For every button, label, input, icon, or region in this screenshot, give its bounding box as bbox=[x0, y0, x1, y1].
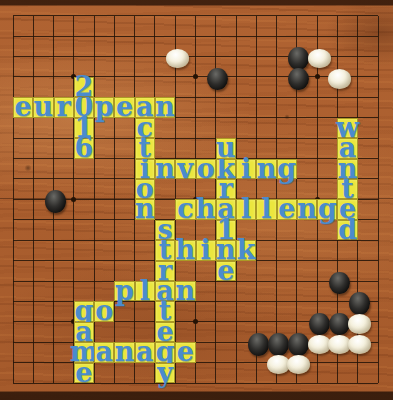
tile-letter: e bbox=[212, 258, 240, 284]
tile-letter: d bbox=[333, 217, 361, 243]
black-stone[interactable] bbox=[349, 292, 370, 315]
black-stone[interactable] bbox=[288, 47, 309, 70]
tile-letter: s bbox=[151, 217, 179, 243]
tile-letter: a bbox=[70, 319, 98, 345]
letter-tile-r[interactable]: r bbox=[155, 261, 175, 281]
go-board[interactable]: eur0peaninvokingchallengethinkplangomana… bbox=[0, 0, 393, 400]
letter-tile-1[interactable]: 1 bbox=[216, 220, 236, 240]
white-stone[interactable] bbox=[287, 355, 310, 375]
letter-tile-2[interactable]: 2 bbox=[74, 77, 94, 97]
black-stone[interactable] bbox=[329, 272, 350, 295]
screenshot: eur0peaninvokingchallengethinkplangomana… bbox=[0, 0, 393, 400]
letter-tile-e[interactable]: e bbox=[155, 322, 175, 342]
letter-tile-g[interactable]: g bbox=[277, 159, 297, 179]
tile-letter: 1 bbox=[212, 217, 240, 243]
white-stone[interactable] bbox=[328, 69, 351, 89]
grid-line-vertical bbox=[378, 16, 379, 383]
letter-tile-d[interactable]: d bbox=[337, 220, 357, 240]
tile-letter: r bbox=[212, 176, 240, 202]
grid-line-horizontal bbox=[13, 383, 378, 384]
letter-tile-a[interactable]: a bbox=[74, 322, 94, 342]
letter-tile-6[interactable]: 6 bbox=[74, 138, 94, 158]
tile-letter: e bbox=[151, 319, 179, 345]
white-stone[interactable] bbox=[348, 314, 371, 334]
tile-letter: e bbox=[70, 360, 98, 386]
white-stone[interactable] bbox=[308, 49, 331, 69]
star-point bbox=[193, 74, 198, 79]
letter-tile-t[interactable]: t bbox=[135, 138, 155, 158]
black-stone[interactable] bbox=[207, 68, 228, 91]
star-point bbox=[315, 74, 320, 79]
tile-letter: g bbox=[273, 156, 301, 182]
black-stone[interactable] bbox=[288, 333, 309, 356]
letter-tile-e[interactable]: e bbox=[74, 363, 94, 383]
tile-letter: t bbox=[131, 135, 159, 161]
star-point bbox=[71, 197, 76, 202]
tile-letter: 6 bbox=[70, 135, 98, 161]
letter-tile-e[interactable]: e bbox=[216, 261, 236, 281]
white-stone[interactable] bbox=[166, 49, 189, 69]
black-stone[interactable] bbox=[45, 190, 66, 213]
letter-tile-t[interactable]: t bbox=[337, 179, 357, 199]
letter-tile-s[interactable]: s bbox=[155, 220, 175, 240]
black-stone[interactable] bbox=[309, 313, 330, 336]
black-stone[interactable] bbox=[268, 333, 289, 356]
black-stone[interactable] bbox=[248, 333, 269, 356]
star-point bbox=[193, 319, 198, 324]
tile-letter: t bbox=[333, 176, 361, 202]
black-stone[interactable] bbox=[288, 68, 309, 91]
tile-letter: 2 bbox=[70, 74, 98, 100]
tile-letter: y bbox=[151, 360, 179, 386]
tile-letter: u bbox=[212, 135, 240, 161]
letter-tile-u[interactable]: u bbox=[216, 138, 236, 158]
letter-tile-r[interactable]: r bbox=[216, 179, 236, 199]
tile-letter: r bbox=[151, 258, 179, 284]
white-stone[interactable] bbox=[348, 335, 371, 355]
black-stone[interactable] bbox=[329, 313, 350, 336]
letter-tile-y[interactable]: y bbox=[155, 363, 175, 383]
